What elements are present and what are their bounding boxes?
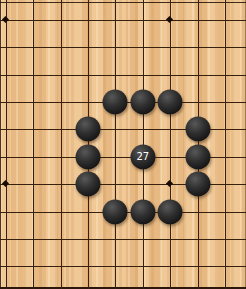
star-point: [2, 16, 9, 23]
black-stone: [130, 199, 155, 224]
grid-line-horizontal: [0, 266, 246, 267]
grid-line-horizontal: [0, 75, 246, 76]
black-stone: [76, 117, 101, 142]
black-stone: [76, 172, 101, 197]
black-stone: [185, 117, 210, 142]
black-stone: [76, 144, 101, 169]
grid-line-horizontal: [0, 47, 246, 48]
grid-line-horizontal: [0, 20, 246, 21]
board-edge-top: [0, 2, 246, 3]
black-stone: [158, 199, 183, 224]
star-point: [2, 180, 9, 187]
grid-line-vertical: [170, 0, 171, 289]
board-edge-left: [0, 0, 1, 289]
grid-line-vertical: [6, 0, 7, 289]
grid-line-vertical: [115, 0, 116, 289]
black-stone-numbered: 27: [130, 144, 155, 169]
board-edge-right: [245, 0, 246, 289]
move-number-label: 27: [136, 152, 149, 162]
grid-line-vertical: [225, 0, 226, 289]
black-stone: [158, 90, 183, 115]
black-stone: [130, 90, 155, 115]
black-stone: [185, 172, 210, 197]
grid-line-vertical: [33, 0, 34, 289]
go-board[interactable]: 27: [0, 0, 246, 289]
star-point: [166, 180, 173, 187]
black-stone: [185, 144, 210, 169]
black-stone: [103, 199, 128, 224]
grid-line-vertical: [61, 0, 62, 289]
star-point: [166, 16, 173, 23]
go-app-screen: 27: [0, 0, 246, 289]
black-stone: [103, 90, 128, 115]
grid-line-horizontal: [0, 239, 246, 240]
